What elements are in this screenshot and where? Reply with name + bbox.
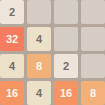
tile-4: 4 [0,54,24,78]
tile-4: 4 [27,81,51,105]
tile-2: 2 [54,54,78,78]
tile-8: 8 [27,54,51,78]
tile-32: 32 [0,27,24,51]
empty-cell [81,54,105,78]
tile-2: 2 [0,0,24,24]
tile-16: 16 [54,81,78,105]
game-board-2048[interactable]: 2324482164168 [0,0,105,105]
tile-16: 16 [0,81,24,105]
empty-cell [27,0,51,24]
empty-cell [54,0,78,24]
empty-cell [81,0,105,24]
empty-cell [81,27,105,51]
empty-cell [54,27,78,51]
tile-8: 8 [81,81,105,105]
tile-4: 4 [27,27,51,51]
